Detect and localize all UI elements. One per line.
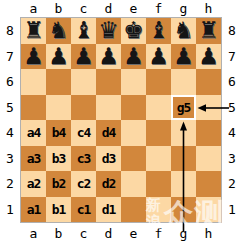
square-c8[interactable]: ♝ — [71, 18, 96, 44]
square-f5[interactable] — [146, 95, 171, 121]
black-king: ♚ — [123, 19, 144, 42]
square-d1[interactable]: d1 — [96, 197, 121, 223]
square-f7[interactable]: ♟ — [146, 44, 171, 70]
rank-label-4-left: 4 — [0, 120, 20, 146]
black-rook: ♜ — [198, 19, 219, 42]
square-c5[interactable] — [71, 95, 96, 121]
square-c1[interactable]: c1 — [71, 197, 96, 223]
square-h3[interactable] — [196, 146, 221, 172]
black-pawn: ♟ — [173, 45, 194, 68]
square-d8[interactable]: ♛ — [96, 18, 121, 44]
file-label-e-bottom: e — [121, 223, 146, 246]
square-a7[interactable]: ♟ — [21, 44, 46, 70]
black-bishop: ♝ — [148, 19, 169, 42]
rank-label-8-right: 8 — [222, 18, 242, 44]
file-label-b-top: b — [46, 0, 71, 17]
file-label-a-top: a — [21, 0, 46, 17]
rank-labels-right: 87654321 — [222, 18, 242, 222]
square-coordinate-label-a1: a1 — [27, 202, 41, 217]
rank-label-4-right: 4 — [222, 120, 242, 146]
black-pawn: ♟ — [23, 45, 44, 68]
square-f2[interactable] — [146, 171, 171, 197]
square-c4[interactable]: c4 — [71, 120, 96, 146]
square-a5[interactable] — [21, 95, 46, 121]
chess-coordinates-diagram: abcdefgh 87654321 ♜♞♝♛♚♝♞♜♟♟♟♟♟♟♟♟g5a4b4… — [0, 0, 242, 246]
square-b4[interactable]: b4 — [46, 120, 71, 146]
rank-labels-left: 87654321 — [0, 18, 20, 222]
square-h7[interactable]: ♟ — [196, 44, 221, 70]
file-label-c-top: c — [71, 0, 96, 17]
square-g7[interactable]: ♟ — [171, 44, 196, 70]
black-pawn: ♟ — [148, 45, 169, 68]
square-coordinate-label-c4: c4 — [77, 125, 91, 140]
rank-label-3-right: 3 — [222, 146, 242, 172]
square-coordinate-label-c3: c3 — [77, 151, 91, 166]
rank-label-6-left: 6 — [0, 69, 20, 95]
square-b2[interactable]: b2 — [46, 171, 71, 197]
square-b6[interactable] — [46, 69, 71, 95]
square-c2[interactable]: c2 — [71, 171, 96, 197]
black-pawn: ♟ — [198, 45, 219, 68]
black-pawn: ♟ — [98, 45, 119, 68]
square-e6[interactable] — [121, 69, 146, 95]
watermark: 新 浪 众测 — [146, 197, 224, 231]
highlighted-square-label: g5 — [177, 100, 191, 115]
square-a4[interactable]: a4 — [21, 120, 46, 146]
square-a1[interactable]: a1 — [21, 197, 46, 223]
square-b1[interactable]: b1 — [46, 197, 71, 223]
square-g4[interactable] — [171, 120, 196, 146]
square-f4[interactable] — [146, 120, 171, 146]
square-c6[interactable] — [71, 69, 96, 95]
black-rook: ♜ — [23, 19, 44, 42]
rank-label-7-right: 7 — [222, 44, 242, 70]
chess-board: ♜♞♝♛♚♝♞♜♟♟♟♟♟♟♟♟g5a4b4c4d4a3b3c3d3a2b2c2… — [20, 17, 222, 223]
rank-label-8-left: 8 — [0, 18, 20, 44]
black-bishop: ♝ — [73, 19, 94, 42]
file-label-d-top: d — [96, 0, 121, 17]
square-d3[interactable]: d3 — [96, 146, 121, 172]
watermark-char-bottom: 浪 — [146, 214, 161, 231]
square-e3[interactable] — [121, 146, 146, 172]
square-coordinate-label-d3: d3 — [102, 151, 116, 166]
square-a8[interactable]: ♜ — [21, 18, 46, 44]
square-coordinate-label-b3: b3 — [52, 151, 66, 166]
rank-label-6-right: 6 — [222, 69, 242, 95]
rank-label-2-left: 2 — [0, 171, 20, 197]
square-coordinate-label-d2: d2 — [102, 176, 116, 191]
square-e5[interactable] — [121, 95, 146, 121]
watermark-char-top: 新 — [146, 197, 161, 214]
square-g3[interactable] — [171, 146, 196, 172]
square-b7[interactable]: ♟ — [46, 44, 71, 70]
rank-label-2-right: 2 — [222, 171, 242, 197]
square-a2[interactable]: a2 — [21, 171, 46, 197]
file-label-e-top: e — [121, 0, 146, 17]
rank-label-5-left: 5 — [0, 95, 20, 121]
square-e1[interactable] — [121, 197, 146, 223]
square-g2[interactable] — [171, 171, 196, 197]
rank-label-7-left: 7 — [0, 44, 20, 70]
square-h4[interactable] — [196, 120, 221, 146]
square-coordinate-label-a4: a4 — [27, 125, 41, 140]
file-label-a-bottom: a — [21, 223, 46, 246]
square-h5[interactable] — [196, 95, 221, 121]
rank-label-1-left: 1 — [0, 197, 20, 223]
square-d4[interactable]: d4 — [96, 120, 121, 146]
square-coordinate-label-b2: b2 — [52, 176, 66, 191]
square-coordinate-label-a3: a3 — [27, 151, 41, 166]
file-label-f-top: f — [146, 0, 171, 17]
black-pawn: ♟ — [48, 45, 69, 68]
square-h6[interactable] — [196, 69, 221, 95]
rank-label-5-right: 5 — [222, 95, 242, 121]
file-label-g-top: g — [171, 0, 196, 17]
square-f8[interactable]: ♝ — [146, 18, 171, 44]
square-d2[interactable]: d2 — [96, 171, 121, 197]
square-a3[interactable]: a3 — [21, 146, 46, 172]
square-a6[interactable] — [21, 69, 46, 95]
square-h8[interactable]: ♜ — [196, 18, 221, 44]
file-labels-top: abcdefgh — [21, 0, 221, 17]
square-coordinate-label-a2: a2 — [27, 176, 41, 191]
file-label-b-bottom: b — [46, 223, 71, 246]
black-knight: ♞ — [48, 19, 69, 42]
square-f3[interactable] — [146, 146, 171, 172]
file-label-c-bottom: c — [71, 223, 96, 246]
square-g6[interactable] — [171, 69, 196, 95]
black-knight: ♞ — [173, 19, 194, 42]
square-c3[interactable]: c3 — [71, 146, 96, 172]
black-queen: ♛ — [98, 19, 119, 42]
square-coordinate-label-b1: b1 — [52, 202, 66, 217]
square-e8[interactable]: ♚ — [121, 18, 146, 44]
rank-label-1-right: 1 — [222, 197, 242, 223]
square-f6[interactable] — [146, 69, 171, 95]
square-b8[interactable]: ♞ — [46, 18, 71, 44]
square-h2[interactable] — [196, 171, 221, 197]
square-g5[interactable]: g5 — [171, 95, 196, 121]
square-d7[interactable]: ♟ — [96, 44, 121, 70]
square-coordinate-label-d4: d4 — [102, 125, 116, 140]
watermark-large-text: 众测 — [164, 197, 224, 231]
square-d5[interactable] — [96, 95, 121, 121]
square-e4[interactable] — [121, 120, 146, 146]
file-label-h-top: h — [196, 0, 221, 17]
square-coordinate-label-b4: b4 — [52, 125, 66, 140]
square-coordinate-label-c2: c2 — [77, 176, 91, 191]
black-pawn: ♟ — [73, 45, 94, 68]
square-e7[interactable]: ♟ — [121, 44, 146, 70]
black-pawn: ♟ — [123, 45, 144, 68]
square-g8[interactable]: ♞ — [171, 18, 196, 44]
file-label-d-bottom: d — [96, 223, 121, 246]
square-e2[interactable] — [121, 171, 146, 197]
watermark-stacked-chars: 新 浪 — [146, 197, 161, 231]
rank-label-3-left: 3 — [0, 146, 20, 172]
square-c7[interactable]: ♟ — [71, 44, 96, 70]
square-b3[interactable]: b3 — [46, 146, 71, 172]
square-d6[interactable] — [96, 69, 121, 95]
square-b5[interactable] — [46, 95, 71, 121]
square-coordinate-label-d1: d1 — [102, 202, 116, 217]
square-coordinate-label-c1: c1 — [77, 202, 91, 217]
